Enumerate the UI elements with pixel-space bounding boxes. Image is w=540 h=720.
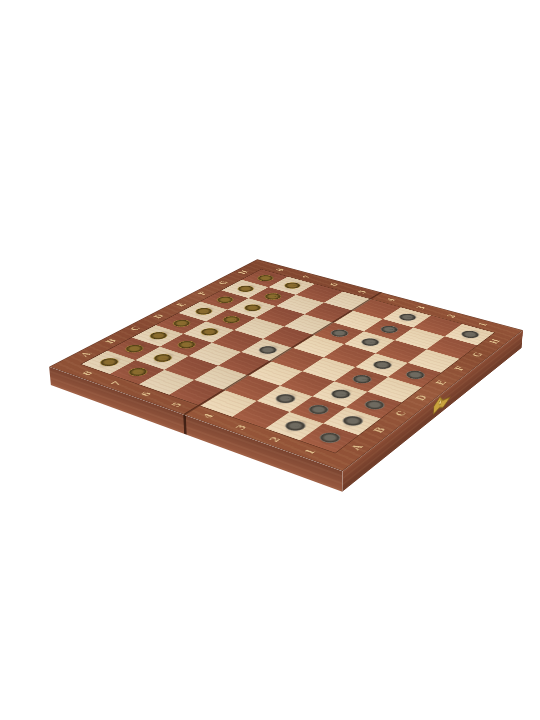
board-top-face: AABBCCDDEEFFGGHH1122334455667788 ♜♞♝♚♜♟♛… — [49, 259, 523, 471]
queen-glyph: ♛ — [162, 318, 201, 324]
king-glyph: ♚ — [184, 306, 222, 312]
product-photo-scene: AABBCCDDEEFFGGHH1122334455667788 ♜♞♝♚♜♟♛… — [0, 0, 540, 720]
bishop-glyph: ♝ — [138, 331, 178, 336]
pawn-glyph: ♟ — [233, 304, 271, 308]
pawn-glyph: ♟ — [274, 282, 310, 286]
pawn-glyph: ♟ — [212, 316, 251, 321]
knight-glyph: ♞ — [227, 285, 264, 290]
pawn-glyph: ♟ — [387, 313, 426, 317]
knight-glyph: ♞ — [319, 328, 358, 333]
rook-glyph: ♜ — [449, 330, 490, 335]
pawn-glyph: ♟ — [369, 325, 408, 330]
knight-glyph: ♞ — [114, 344, 155, 350]
fold-seam-side — [183, 415, 186, 435]
rook-glyph: ♜ — [247, 274, 283, 278]
chess-board: AABBCCDDEEFFGGHH1122334455667788 ♜♞♝♚♜♟♛… — [49, 259, 523, 471]
bishop-glyph: ♝ — [206, 295, 243, 300]
pawn-glyph: ♟ — [349, 338, 389, 343]
pawn-glyph: ♟ — [189, 328, 229, 333]
pawn-glyph: ♟ — [254, 293, 291, 297]
pawn-glyph: ♟ — [166, 340, 207, 345]
